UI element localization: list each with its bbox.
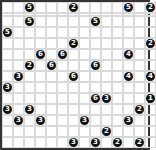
island-r10c9[interactable]: 6 <box>91 94 100 103</box>
island-r14c7[interactable]: 3 <box>69 138 78 147</box>
board-cell-r13c6 <box>57 126 68 137</box>
board-cell-r13c5 <box>46 126 57 137</box>
board-cell-r3c1 <box>2 16 13 27</box>
board-cell-r4c5 <box>46 27 57 38</box>
board-cell-r10c12 <box>123 93 134 104</box>
board-cell-r11c10 <box>101 104 112 115</box>
board-cell-r1c5 <box>46 2 57 13</box>
island-r13c10[interactable]: 2 <box>102 127 111 136</box>
board-cell-r1c7: 2 <box>68 2 79 13</box>
board-cell-r12c12: 3 <box>123 115 134 126</box>
board-cell-r8c9 <box>90 71 101 82</box>
board-cell-r4c6 <box>57 27 68 38</box>
board-cell-r8c11 <box>112 71 123 82</box>
island-r14c11[interactable]: 2 <box>113 138 122 147</box>
board-cell-r7c1 <box>2 60 13 71</box>
board-cell-r14c9: 3 <box>90 137 101 148</box>
island-r12c12[interactable]: 3 <box>124 116 133 125</box>
board-cell-r13c14 <box>145 126 156 137</box>
board-cell-r8c5 <box>46 71 57 82</box>
island-r11c3[interactable]: 3 <box>25 105 34 114</box>
island-r5c7[interactable]: 2 <box>69 39 78 48</box>
board-cell-r12c9 <box>90 115 101 126</box>
board-cell-r1c9 <box>90 2 101 13</box>
board-cell-r5c8 <box>79 38 90 49</box>
board-cell-r1c13 <box>134 2 145 13</box>
board-cell-r5c11 <box>112 38 123 49</box>
board-cell-r4c11 <box>112 27 123 38</box>
board-cell-r1c1 <box>2 2 13 13</box>
board-cell-r8c2: 3 <box>13 71 24 82</box>
board-cell-r11c14 <box>145 104 156 115</box>
board-cell-r3c8 <box>79 16 90 27</box>
board-cell-r6c1 <box>2 49 13 60</box>
board-cell-r5c7: 2 <box>68 38 79 49</box>
board-cell-r4c2 <box>13 27 24 38</box>
board-cell-r7c5: 6 <box>46 60 57 71</box>
board-cell-r9c11 <box>112 82 123 93</box>
board-cell-r6c2 <box>13 49 24 60</box>
board-cell-r7c11 <box>112 60 123 71</box>
board-cell-r9c8 <box>79 82 90 93</box>
board-cell-r6c14 <box>145 49 156 60</box>
board-cell-r8c1 <box>2 71 13 82</box>
island-r8c7[interactable]: 6 <box>69 72 78 81</box>
board-cell-r6c4: 6 <box>35 49 46 60</box>
board-cell-r10c5 <box>46 93 57 104</box>
board-cell-r13c3 <box>24 126 35 137</box>
board-cell-r7c14 <box>145 60 156 71</box>
board-cell-r10c10: 3 <box>101 93 112 104</box>
board-cell-r10c4 <box>35 93 46 104</box>
board-cell-r12c11 <box>112 115 123 126</box>
board-cell-r13c2 <box>13 126 24 137</box>
board-cell-r3c5 <box>46 16 57 27</box>
board-cell-r1c12: 5 <box>123 2 134 13</box>
board-cell-r12c2: 3 <box>13 115 24 126</box>
board-cell-r11c6 <box>57 104 68 115</box>
island-r12c2[interactable]: 3 <box>14 116 23 125</box>
island-r6c4[interactable]: 6 <box>36 50 45 59</box>
board-cell-r13c12 <box>123 126 134 137</box>
board-cell-r13c8 <box>79 126 90 137</box>
board-cell-r6c11 <box>112 49 123 60</box>
board-cell-r11c2 <box>13 104 24 115</box>
island-r3c3[interactable]: 5 <box>25 17 34 26</box>
board-cell-r14c12 <box>123 137 134 148</box>
island-r11c13[interactable]: 2 <box>135 105 144 114</box>
board-cell-r8c7: 6 <box>68 71 79 82</box>
board-cell-r14c14 <box>145 137 156 148</box>
board-cell-r8c6 <box>57 71 68 82</box>
board-cell-r6c12: 4 <box>123 49 134 60</box>
board-cell-r7c12 <box>123 60 134 71</box>
island-r14c13[interactable]: 2 <box>135 138 144 147</box>
island-r5c14[interactable]: 2 <box>146 39 155 48</box>
board-cell-r7c4 <box>35 60 46 71</box>
board-cell-r8c12: 4 <box>123 71 134 82</box>
board-cell-r12c7 <box>68 115 79 126</box>
board-cell-r4c4 <box>35 27 46 38</box>
board-cell-r10c9: 6 <box>90 93 101 104</box>
board-cell-r3c12 <box>123 16 134 27</box>
board-cell-r6c13 <box>134 49 145 60</box>
island-r6c12[interactable]: 4 <box>124 50 133 59</box>
board-cell-r13c13 <box>134 126 145 137</box>
island-r1c12[interactable]: 5 <box>124 3 133 12</box>
board-cell-r9c3 <box>24 82 35 93</box>
board-cell-r9c12 <box>123 82 134 93</box>
board-cell-r11c9 <box>90 104 101 115</box>
island-r10c10[interactable]: 3 <box>102 94 111 103</box>
board-cell-r7c3: 2 <box>24 60 35 71</box>
board-cell-r4c14 <box>145 27 156 38</box>
island-r8c14[interactable]: 4 <box>146 72 155 81</box>
board-cell-r6c9 <box>90 49 101 60</box>
island-r8c12[interactable]: 4 <box>124 72 133 81</box>
board-cell-r9c4 <box>35 82 46 93</box>
board-cell-r14c13: 2 <box>134 137 145 148</box>
board-cell-r11c8 <box>79 104 90 115</box>
board-cell-r5c9 <box>90 38 101 49</box>
board-cell-r14c3 <box>24 137 35 148</box>
board-cell-r9c10 <box>101 82 112 93</box>
island-r11c1[interactable]: 3 <box>3 105 12 114</box>
board-cell-r4c12 <box>123 27 134 38</box>
board-cell-r3c10 <box>101 16 112 27</box>
board-cell-r12c13 <box>134 115 145 126</box>
island-r9c1[interactable]: 3 <box>3 83 12 92</box>
board-cell-r10c2 <box>13 93 24 104</box>
board-cell-r10c3 <box>24 93 35 104</box>
island-r3c9[interactable]: 5 <box>91 17 100 26</box>
board-cell-r14c5 <box>46 137 57 148</box>
board-cell-r14c11: 2 <box>112 137 123 148</box>
board-cell-r11c11 <box>112 104 123 115</box>
board-cell-r6c5 <box>46 49 57 60</box>
board-cell-r10c11 <box>112 93 123 104</box>
board-cell-r1c3: 5 <box>24 2 35 13</box>
board-cell-r10c13 <box>134 93 145 104</box>
board-cell-r3c6 <box>57 16 68 27</box>
board-cell-r11c12 <box>123 104 134 115</box>
board-cell-r5c2 <box>13 38 24 49</box>
board-cell-r11c7 <box>68 104 79 115</box>
island-r1c14[interactable]: 2 <box>146 3 155 12</box>
board-cell-r10c6 <box>57 93 68 104</box>
board-cell-r13c7 <box>68 126 79 137</box>
island-r7c5[interactable]: 6 <box>47 61 56 70</box>
hashi-board: 52525552266426636443631332333323322 <box>0 0 150 150</box>
board-cell-r6c7 <box>68 49 79 60</box>
board-cell-r11c4 <box>35 104 46 115</box>
board-cell-r5c13 <box>134 38 145 49</box>
board-cell-r12c8: 3 <box>79 115 90 126</box>
board-cell-r3c13 <box>134 16 145 27</box>
board-cell-r1c11 <box>112 2 123 13</box>
board-cell-r11c5 <box>46 104 57 115</box>
board-cell-r9c13 <box>134 82 145 93</box>
board-cell-r13c10: 2 <box>101 126 112 137</box>
board-cell-r11c3: 3 <box>24 104 35 115</box>
board-cell-r5c14: 2 <box>145 38 156 49</box>
board-cell-r12c4: 3 <box>35 115 46 126</box>
board-cell-r8c3 <box>24 71 35 82</box>
board-cell-r3c9: 5 <box>90 16 101 27</box>
board-cell-r1c10 <box>101 2 112 13</box>
board-cell-r12c1 <box>2 115 13 126</box>
board-cell-r10c1 <box>2 93 13 104</box>
board-cell-r7c9: 6 <box>90 60 101 71</box>
island-r10c14[interactable]: 1 <box>146 94 155 103</box>
board-cell-r4c1: 5 <box>2 27 13 38</box>
island-r1c7[interactable]: 2 <box>69 3 78 12</box>
board-cell-r7c13 <box>134 60 145 71</box>
board-cell-r1c14: 2 <box>145 2 156 13</box>
board-cell-r3c7 <box>68 16 79 27</box>
board-cell-r13c9 <box>90 126 101 137</box>
board-cell-r5c4 <box>35 38 46 49</box>
board-cell-r14c10 <box>101 137 112 148</box>
board-cell-r12c10 <box>101 115 112 126</box>
island-r6c6[interactable]: 6 <box>58 50 67 59</box>
board-cell-r4c7 <box>68 27 79 38</box>
board-cell-r7c2 <box>13 60 24 71</box>
board-cell-r7c8 <box>79 60 90 71</box>
board-cell-r13c1 <box>2 126 13 137</box>
board-cell-r4c10 <box>101 27 112 38</box>
island-r7c9[interactable]: 6 <box>91 61 100 70</box>
board-cell-r4c8 <box>79 27 90 38</box>
board-cell-r12c5 <box>46 115 57 126</box>
board-cell-r10c7 <box>68 93 79 104</box>
board-cell-r7c7 <box>68 60 79 71</box>
island-r12c4[interactable]: 3 <box>36 116 45 125</box>
board-cell-r6c10 <box>101 49 112 60</box>
board-cell-r6c6: 6 <box>57 49 68 60</box>
board-cell-r3c14 <box>145 16 156 27</box>
board-cell-r9c9 <box>90 82 101 93</box>
board-cell-r5c3 <box>24 38 35 49</box>
board-cell-r14c6 <box>57 137 68 148</box>
board-cell-r12c6 <box>57 115 68 126</box>
board-cell-r5c1 <box>2 38 13 49</box>
island-r4c1[interactable]: 5 <box>3 28 12 37</box>
board-cell-r4c13 <box>134 27 145 38</box>
board-cell-r1c6 <box>57 2 68 13</box>
island-r14c9[interactable]: 3 <box>91 138 100 147</box>
board-cell-r12c3 <box>24 115 35 126</box>
island-r7c3[interactable]: 2 <box>25 61 34 70</box>
board-cell-r14c1 <box>2 137 13 148</box>
board-cell-r7c10 <box>101 60 112 71</box>
board-cell-r3c2 <box>13 16 24 27</box>
board-cell-r10c14: 1 <box>145 93 156 104</box>
board-cell-r12c14 <box>145 115 156 126</box>
board-cell-r6c3 <box>24 49 35 60</box>
board-cell-r8c8 <box>79 71 90 82</box>
board-cell-r4c3 <box>24 27 35 38</box>
board-cell-r11c13: 2 <box>134 104 145 115</box>
island-r12c8[interactable]: 3 <box>80 116 89 125</box>
board-cell-r6c8 <box>79 49 90 60</box>
island-r1c3[interactable]: 5 <box>25 3 34 12</box>
board-cell-r8c14: 4 <box>145 71 156 82</box>
board-cell-r9c5 <box>46 82 57 93</box>
board-cell-r3c4 <box>35 16 46 27</box>
board-cell-r8c10 <box>101 71 112 82</box>
board-cell-r9c14 <box>145 82 156 93</box>
board-cell-r9c7 <box>68 82 79 93</box>
board-cell-r1c2 <box>13 2 24 13</box>
board-cell-r3c3: 5 <box>24 16 35 27</box>
board-cell-r13c11 <box>112 126 123 137</box>
board-cell-r8c13 <box>134 71 145 82</box>
board-cell-r4c9 <box>90 27 101 38</box>
board-cell-r14c2 <box>13 137 24 148</box>
board-cell-r10c8 <box>79 93 90 104</box>
board-cell-r5c5 <box>46 38 57 49</box>
board-cell-r8c4 <box>35 71 46 82</box>
board-cell-r7c6 <box>57 60 68 71</box>
island-r8c2[interactable]: 3 <box>14 72 23 81</box>
board-cell-r9c6 <box>57 82 68 93</box>
board-cell-r11c1: 3 <box>2 104 13 115</box>
board-cell-r5c6 <box>57 38 68 49</box>
board-cell-r1c8 <box>79 2 90 13</box>
board-cell-r9c2 <box>13 82 24 93</box>
board-cell-r14c7: 3 <box>68 137 79 148</box>
board-cell-r5c10 <box>101 38 112 49</box>
board-cell-r9c1: 3 <box>2 82 13 93</box>
board-cell-r13c4 <box>35 126 46 137</box>
board-cell-r14c4 <box>35 137 46 148</box>
board-cell-r1c4 <box>35 2 46 13</box>
board-cell-r5c12 <box>123 38 134 49</box>
board-cell-r14c8 <box>79 137 90 148</box>
board-cell-r3c11 <box>112 16 123 27</box>
